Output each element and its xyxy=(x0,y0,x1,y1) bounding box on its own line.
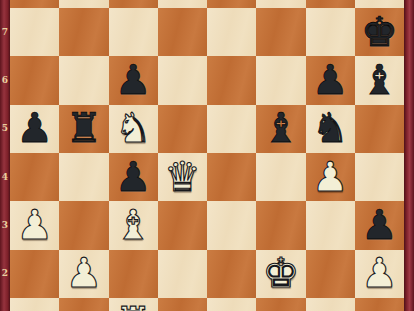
square-f6 xyxy=(256,56,305,104)
rank-label-7: 7 xyxy=(0,28,10,37)
square-h5 xyxy=(355,105,404,153)
white-king-f2: ♚ xyxy=(256,250,305,298)
board-right-rail xyxy=(404,0,414,311)
square-e4 xyxy=(207,153,256,201)
square-d2 xyxy=(158,250,207,298)
square-g6: ♟ xyxy=(306,56,355,104)
square-e8: ♜ xyxy=(207,0,256,8)
square-g5: ♞ xyxy=(306,105,355,153)
board-left-rail xyxy=(0,0,10,311)
square-h2: ♟ xyxy=(355,250,404,298)
square-f5: ♝ xyxy=(256,105,305,153)
square-g2 xyxy=(306,250,355,298)
square-b7 xyxy=(59,8,108,56)
square-g7 xyxy=(306,8,355,56)
square-c3: ♝ xyxy=(109,201,158,249)
black-bishop-f5: ♝ xyxy=(256,105,305,153)
rank-label-5: 5 xyxy=(0,124,10,133)
square-b4 xyxy=(59,153,108,201)
square-g4: ♟ xyxy=(306,153,355,201)
white-pawn-h2: ♟ xyxy=(355,250,404,298)
black-pawn-h3: ♟ xyxy=(355,201,404,249)
black-rook-b5: ♜ xyxy=(59,105,108,153)
rank-label-6: 6 xyxy=(0,76,10,85)
square-h1 xyxy=(355,298,404,311)
square-a6 xyxy=(10,56,59,104)
square-d7 xyxy=(158,8,207,56)
white-rook-c1: ♜ xyxy=(109,298,158,311)
square-g8 xyxy=(306,0,355,8)
square-e2 xyxy=(207,250,256,298)
square-a5: ♟ xyxy=(10,105,59,153)
black-rook-e8: ♜ xyxy=(207,0,256,8)
square-d1 xyxy=(158,298,207,311)
square-b2: ♟ xyxy=(59,250,108,298)
black-pawn-c6: ♟ xyxy=(109,56,158,104)
square-a3: ♟ xyxy=(10,201,59,249)
square-c7 xyxy=(109,8,158,56)
white-pawn-g4: ♟ xyxy=(306,153,355,201)
square-b3 xyxy=(59,201,108,249)
square-e5 xyxy=(207,105,256,153)
black-pawn-c4: ♟ xyxy=(109,153,158,201)
white-queen-d4: ♛ xyxy=(158,153,207,201)
square-h7: ♚ xyxy=(355,8,404,56)
square-h8 xyxy=(355,0,404,8)
chess-board: ♜♚♟♟♝♟♜♞♝♞♟♛♟♟♝♟♟♚♟♜ xyxy=(10,0,404,311)
chess-diagram: ♜♚♟♟♝♟♜♞♝♞♟♛♟♟♝♟♟♚♟♜ 765432 xyxy=(0,0,414,311)
square-c2 xyxy=(109,250,158,298)
square-f3 xyxy=(256,201,305,249)
square-f2: ♚ xyxy=(256,250,305,298)
square-g3 xyxy=(306,201,355,249)
rank-label-4: 4 xyxy=(0,173,10,182)
square-a2 xyxy=(10,250,59,298)
square-b1 xyxy=(59,298,108,311)
square-d8 xyxy=(158,0,207,8)
square-b8 xyxy=(59,0,108,8)
square-e1 xyxy=(207,298,256,311)
square-f7 xyxy=(256,8,305,56)
square-a1 xyxy=(10,298,59,311)
square-g1 xyxy=(306,298,355,311)
rank-label-2: 2 xyxy=(0,269,10,278)
square-c5: ♞ xyxy=(109,105,158,153)
square-e6 xyxy=(207,56,256,104)
square-e7 xyxy=(207,8,256,56)
square-d6 xyxy=(158,56,207,104)
black-pawn-g6: ♟ xyxy=(306,56,355,104)
square-c8 xyxy=(109,0,158,8)
white-pawn-b2: ♟ xyxy=(59,250,108,298)
white-knight-c5: ♞ xyxy=(109,105,158,153)
square-c1: ♜ xyxy=(109,298,158,311)
square-h6: ♝ xyxy=(355,56,404,104)
square-d3 xyxy=(158,201,207,249)
square-a4 xyxy=(10,153,59,201)
white-pawn-a3: ♟ xyxy=(10,201,59,249)
square-b6 xyxy=(59,56,108,104)
square-f4 xyxy=(256,153,305,201)
square-c6: ♟ xyxy=(109,56,158,104)
black-king-h7: ♚ xyxy=(355,8,404,56)
square-c4: ♟ xyxy=(109,153,158,201)
square-e3 xyxy=(207,201,256,249)
square-d5 xyxy=(158,105,207,153)
square-a8 xyxy=(10,0,59,8)
square-a7 xyxy=(10,8,59,56)
black-pawn-a5: ♟ xyxy=(10,105,59,153)
square-b5: ♜ xyxy=(59,105,108,153)
square-d4: ♛ xyxy=(158,153,207,201)
rank-label-3: 3 xyxy=(0,221,10,230)
square-h3: ♟ xyxy=(355,201,404,249)
square-f8 xyxy=(256,0,305,8)
square-h4 xyxy=(355,153,404,201)
white-bishop-c3: ♝ xyxy=(109,201,158,249)
black-bishop-h6: ♝ xyxy=(355,56,404,104)
black-knight-g5: ♞ xyxy=(306,105,355,153)
square-f1 xyxy=(256,298,305,311)
